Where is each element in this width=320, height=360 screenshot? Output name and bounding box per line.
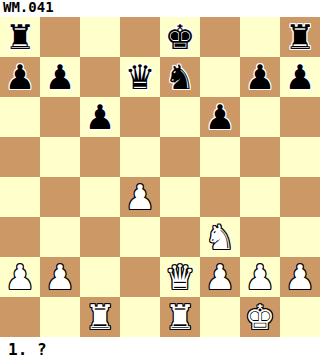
square-d5[interactable] [120,137,160,177]
square-e3[interactable] [160,217,200,257]
square-h5[interactable] [280,137,320,177]
square-f7[interactable] [200,57,240,97]
white-rook-icon: ♜ [160,297,200,337]
square-h8[interactable]: ♜ [280,17,320,57]
square-a8[interactable]: ♜ [0,17,40,57]
square-e7[interactable]: ♞ [160,57,200,97]
square-c7[interactable] [80,57,120,97]
white-pawn-icon: ♟ [240,257,280,297]
puzzle-title: WM.041 [0,0,54,15]
square-h3[interactable] [280,217,320,257]
square-d4[interactable]: ♟ [120,177,160,217]
white-pawn-icon: ♟ [40,257,80,297]
square-a6[interactable] [0,97,40,137]
move-prompt: 1. ? [0,339,47,359]
black-pawn-icon: ♟ [280,57,320,97]
square-f3[interactable]: ♞ [200,217,240,257]
square-g6[interactable] [240,97,280,137]
square-a7[interactable]: ♟ [0,57,40,97]
square-e1[interactable]: ♜ [160,297,200,337]
square-b7[interactable]: ♟ [40,57,80,97]
square-g4[interactable] [240,177,280,217]
black-rook-icon: ♜ [0,17,40,57]
square-g5[interactable] [240,137,280,177]
black-queen-icon: ♛ [120,57,160,97]
square-h4[interactable] [280,177,320,217]
square-f8[interactable] [200,17,240,57]
white-knight-icon: ♞ [200,217,240,257]
square-d7[interactable]: ♛ [120,57,160,97]
square-b6[interactable] [40,97,80,137]
square-b4[interactable] [40,177,80,217]
square-b3[interactable] [40,217,80,257]
square-b2[interactable]: ♟ [40,257,80,297]
white-queen-icon: ♛ [160,257,200,297]
square-f4[interactable] [200,177,240,217]
square-c8[interactable] [80,17,120,57]
square-b5[interactable] [40,137,80,177]
square-a3[interactable] [0,217,40,257]
square-c6[interactable]: ♟ [80,97,120,137]
square-g8[interactable] [240,17,280,57]
square-d6[interactable] [120,97,160,137]
white-rook-icon: ♜ [80,297,120,337]
square-e6[interactable] [160,97,200,137]
square-c2[interactable] [80,257,120,297]
square-a5[interactable] [0,137,40,177]
square-g1[interactable]: ♚ [240,297,280,337]
square-a4[interactable] [0,177,40,217]
square-d2[interactable] [120,257,160,297]
white-pawn-icon: ♟ [280,257,320,297]
black-rook-icon: ♜ [280,17,320,57]
black-knight-icon: ♞ [160,57,200,97]
square-d1[interactable] [120,297,160,337]
white-king-icon: ♚ [240,297,280,337]
square-f6[interactable]: ♟ [200,97,240,137]
chess-board: ♜♚♜♟♟♛♞♟♟♟♟♟♞♟♟♛♟♟♟♜♜♚ [0,17,320,337]
white-pawn-icon: ♟ [0,257,40,297]
square-e5[interactable] [160,137,200,177]
caption-bar: 1. ? [0,337,320,360]
black-king-icon: ♚ [160,17,200,57]
square-e4[interactable] [160,177,200,217]
square-g3[interactable] [240,217,280,257]
black-pawn-icon: ♟ [80,97,120,137]
square-c4[interactable] [80,177,120,217]
black-pawn-icon: ♟ [200,97,240,137]
square-f5[interactable] [200,137,240,177]
square-c5[interactable] [80,137,120,177]
square-f2[interactable]: ♟ [200,257,240,297]
square-f1[interactable] [200,297,240,337]
black-pawn-icon: ♟ [240,57,280,97]
title-bar: WM.041 [0,0,320,17]
square-h7[interactable]: ♟ [280,57,320,97]
square-h2[interactable]: ♟ [280,257,320,297]
square-h6[interactable] [280,97,320,137]
square-d8[interactable] [120,17,160,57]
square-a2[interactable]: ♟ [0,257,40,297]
white-pawn-icon: ♟ [200,257,240,297]
white-pawn-icon: ♟ [120,177,160,217]
square-g7[interactable]: ♟ [240,57,280,97]
square-e2[interactable]: ♛ [160,257,200,297]
black-pawn-icon: ♟ [40,57,80,97]
square-a1[interactable] [0,297,40,337]
square-b8[interactable] [40,17,80,57]
square-e8[interactable]: ♚ [160,17,200,57]
square-h1[interactable] [280,297,320,337]
square-b1[interactable] [40,297,80,337]
square-g2[interactable]: ♟ [240,257,280,297]
square-d3[interactable] [120,217,160,257]
square-c3[interactable] [80,217,120,257]
black-pawn-icon: ♟ [0,57,40,97]
square-c1[interactable]: ♜ [80,297,120,337]
